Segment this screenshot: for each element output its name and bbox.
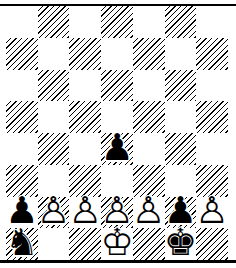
square-c4[interactable] — [69, 133, 101, 165]
piece-black-king: ♚ — [165, 228, 197, 260]
square-e2[interactable]: ♟♙ — [133, 197, 165, 229]
square-g6[interactable] — [196, 70, 228, 102]
square-b1[interactable] — [38, 228, 70, 260]
piece-white-pawn: ♟♙ — [69, 197, 101, 229]
white-pawn-glyph: ♙ — [69, 193, 102, 230]
chess-board: ♟♟♟♙♟♙♟♙♟♙♟♟♙♞♚♔♚ — [6, 6, 228, 260]
square-c5[interactable] — [69, 101, 101, 133]
white-king-glyph: ♔ — [100, 225, 133, 262]
square-d1[interactable]: ♚♔ — [101, 228, 133, 260]
square-g1[interactable] — [196, 228, 228, 260]
square-a4[interactable] — [6, 133, 38, 165]
square-c1[interactable] — [69, 228, 101, 260]
white-pawn-glyph: ♙ — [37, 193, 70, 230]
square-f1[interactable]: ♚ — [165, 228, 197, 260]
square-a8[interactable] — [6, 6, 38, 38]
square-f7[interactable] — [165, 38, 197, 70]
black-knight-glyph: ♞ — [5, 225, 38, 262]
square-b7[interactable] — [38, 38, 70, 70]
square-c2[interactable]: ♟♙ — [69, 197, 101, 229]
square-b5[interactable] — [38, 101, 70, 133]
square-e4[interactable] — [133, 133, 165, 165]
square-d7[interactable] — [101, 38, 133, 70]
square-e1[interactable] — [133, 228, 165, 260]
square-g4[interactable] — [196, 133, 228, 165]
square-c8[interactable] — [69, 6, 101, 38]
square-g8[interactable] — [196, 6, 228, 38]
square-b8[interactable] — [38, 6, 70, 38]
square-a7[interactable] — [6, 38, 38, 70]
square-d4[interactable]: ♟ — [101, 133, 133, 165]
square-d6[interactable] — [101, 70, 133, 102]
square-a1[interactable]: ♞ — [6, 228, 38, 260]
piece-white-pawn: ♟♙ — [196, 197, 228, 229]
square-g5[interactable] — [196, 101, 228, 133]
board-bottom-rule — [0, 260, 236, 263]
square-e6[interactable] — [133, 70, 165, 102]
piece-black-pawn: ♟ — [101, 133, 133, 165]
piece-white-pawn: ♟♙ — [133, 197, 165, 229]
square-b2[interactable]: ♟♙ — [38, 197, 70, 229]
square-g2[interactable]: ♟♙ — [196, 197, 228, 229]
square-g7[interactable] — [196, 38, 228, 70]
square-a5[interactable] — [6, 101, 38, 133]
square-e5[interactable] — [133, 101, 165, 133]
square-c7[interactable] — [69, 38, 101, 70]
piece-black-knight: ♞ — [6, 228, 38, 260]
black-king-glyph: ♚ — [164, 225, 197, 262]
square-f4[interactable] — [165, 133, 197, 165]
square-d8[interactable] — [101, 6, 133, 38]
square-e7[interactable] — [133, 38, 165, 70]
piece-white-king: ♚♔ — [101, 228, 133, 260]
square-f6[interactable] — [165, 70, 197, 102]
white-pawn-glyph: ♙ — [132, 193, 165, 230]
white-pawn-glyph: ♙ — [196, 193, 229, 230]
square-f5[interactable] — [165, 101, 197, 133]
chess-diagram: ♟♟♟♙♟♙♟♙♟♙♟♟♙♞♚♔♚ — [0, 0, 236, 268]
square-e8[interactable] — [133, 6, 165, 38]
square-a6[interactable] — [6, 70, 38, 102]
square-b4[interactable] — [38, 133, 70, 165]
black-pawn-glyph: ♟ — [100, 129, 133, 166]
square-c6[interactable] — [69, 70, 101, 102]
square-b6[interactable] — [38, 70, 70, 102]
piece-white-pawn: ♟♙ — [38, 197, 70, 229]
square-f8[interactable] — [165, 6, 197, 38]
